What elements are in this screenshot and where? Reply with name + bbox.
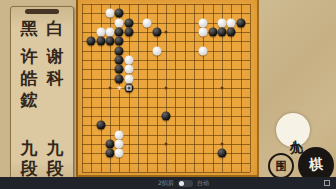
grid-line-v: [175, 4, 176, 172]
grid-line-h: [82, 107, 250, 108]
star-point: [164, 86, 167, 89]
brand-logo: 围 小九 棋: [268, 113, 334, 185]
black-stone: [115, 74, 124, 83]
star-point: [220, 86, 223, 89]
black-rank-char: 九: [21, 139, 38, 158]
last-move-marker: [126, 85, 131, 90]
black-stone: [124, 18, 133, 27]
logo-white-disc-icon: 小九: [276, 113, 310, 147]
white-name-char: 科: [47, 69, 64, 88]
grid-line-v: [250, 4, 251, 172]
black-name-char: 鋐: [21, 91, 38, 110]
black-stone: [236, 18, 245, 27]
white-stone: [227, 18, 236, 27]
black-stone: [124, 27, 133, 36]
black-stone: [208, 27, 217, 36]
white-stone: [199, 27, 208, 36]
black-stone: [115, 46, 124, 55]
white-stone: [115, 130, 124, 139]
black-stone: [115, 27, 124, 36]
black-stone: [152, 27, 161, 36]
black-stone: [87, 37, 96, 46]
go-board[interactable]: +: [76, 0, 259, 177]
black-player-column: 黑 许皓鋐 九段: [18, 19, 40, 178]
white-stone: [124, 65, 133, 74]
auto-play-toggle[interactable]: [178, 180, 193, 187]
white-stone: [115, 149, 124, 158]
black-label: 黑: [21, 19, 38, 38]
white-name: 谢科: [47, 47, 64, 88]
white-stone: [143, 18, 152, 27]
white-stone: [124, 55, 133, 64]
white-stone: [105, 27, 114, 36]
white-stone: [115, 139, 124, 148]
black-stone: [115, 9, 124, 18]
cross-marker: +: [116, 84, 122, 91]
white-player-column: 白 谢科 九段: [44, 19, 66, 178]
grid-line-v: [194, 4, 195, 172]
white-rank: 九段: [47, 139, 64, 178]
grid-line-v: [185, 4, 186, 172]
playback-control-bar: 2招后 自动: [0, 177, 336, 189]
logo-ring-icon: 围: [268, 153, 294, 179]
auto-label: 自动: [197, 177, 209, 189]
toggle-knob-icon: [179, 181, 184, 186]
white-stone: [96, 27, 105, 36]
white-stone: [217, 18, 226, 27]
moves-behind-label: 2招后: [158, 177, 174, 189]
star-point: [108, 86, 111, 89]
grid-line-h: [82, 135, 250, 136]
black-stone: [217, 149, 226, 158]
black-stone: [96, 37, 105, 46]
black-stone: [115, 55, 124, 64]
white-stone: [105, 9, 114, 18]
black-stone: [161, 111, 170, 120]
black-stone: [115, 37, 124, 46]
black-rank-char: 段: [21, 159, 38, 178]
white-rank-char: 九: [47, 139, 64, 158]
fullscreen-icon[interactable]: [324, 180, 330, 186]
scroll-top-cap: [25, 9, 59, 14]
grid-line-h: [82, 97, 250, 98]
white-label: 白: [47, 19, 64, 38]
black-stone: [105, 149, 114, 158]
black-stone: [105, 37, 114, 46]
star-point: [164, 142, 167, 145]
black-rank: 九段: [21, 139, 38, 178]
black-name-char: 许: [21, 47, 38, 66]
grid-line-h: [82, 163, 250, 164]
black-name: 许皓鋐: [21, 47, 38, 110]
grid-line-h: [82, 125, 250, 126]
white-stone: [199, 46, 208, 55]
black-stone: [115, 65, 124, 74]
white-stone: [115, 18, 124, 27]
star-point: [220, 142, 223, 145]
grid-line-h: [82, 172, 250, 173]
broadcast-stage: 白 谢科 九段 黑 许皓鋐 九段 + 围 小九 棋 2招后 自动: [0, 0, 336, 189]
white-name-char: 谢: [47, 47, 64, 66]
white-rank-char: 段: [47, 159, 64, 178]
black-stone: [217, 27, 226, 36]
black-stone: [105, 139, 114, 148]
star-point: [164, 30, 167, 33]
player-scroll-panel: 白 谢科 九段 黑 许皓鋐 九段: [10, 6, 74, 187]
white-stone: [124, 74, 133, 83]
black-name-char: 皓: [21, 69, 38, 88]
white-stone: [199, 18, 208, 27]
black-stone: [227, 27, 236, 36]
grid-line-v: [241, 4, 242, 172]
white-stone: [152, 46, 161, 55]
black-stone: [96, 121, 105, 130]
